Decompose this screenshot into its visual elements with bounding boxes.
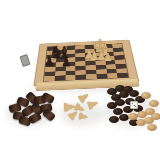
board-clasp-icon (19, 54, 30, 67)
dark-pawn: ♟ (44, 55, 55, 67)
square (54, 75, 65, 80)
square (96, 74, 107, 79)
tan-disc (147, 124, 157, 131)
die (130, 101, 138, 109)
tan-disc (128, 113, 138, 120)
dark-disc (115, 99, 125, 106)
die-pip (135, 106, 136, 107)
dark-disc (109, 116, 119, 123)
tan-disc (149, 100, 159, 107)
dark-pawn: ♟ (61, 56, 72, 68)
chess-set-product-photo: ♞♝♟♟♚♝♟♟♟♟ ♟♟♟♟♟♟ (0, 0, 160, 160)
tan-disc (141, 92, 151, 99)
square (76, 75, 87, 80)
square (65, 75, 76, 80)
square (44, 76, 55, 81)
light-pawn-lying: ♟ (77, 111, 90, 123)
square (86, 74, 97, 79)
light-pawn: ♟ (103, 52, 113, 63)
tan-disc (151, 113, 160, 120)
chess-board (29, 0, 140, 86)
dark-disc (119, 91, 129, 98)
die-pip (132, 103, 133, 104)
square (117, 73, 128, 78)
square (107, 73, 118, 78)
